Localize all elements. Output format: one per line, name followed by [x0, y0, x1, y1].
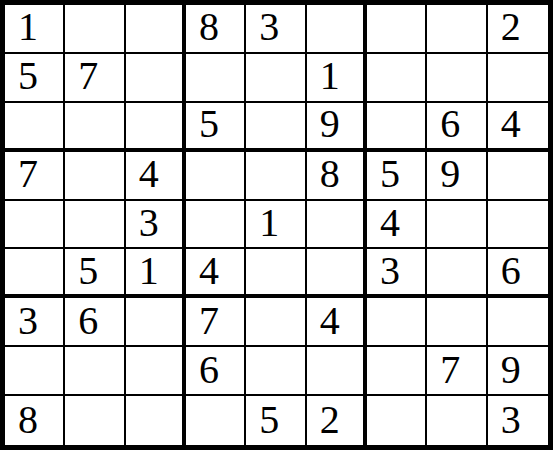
cell-r9c7[interactable] — [367, 396, 427, 445]
given-digit: 4 — [199, 251, 219, 291]
cell-r2c6[interactable]: 1 — [307, 54, 367, 103]
cell-r7c1[interactable]: 3 — [5, 298, 65, 347]
given-digit: 7 — [78, 56, 98, 96]
cell-r1c5[interactable]: 3 — [246, 5, 306, 54]
cell-r9c6[interactable]: 2 — [307, 396, 367, 445]
given-digit: 3 — [259, 7, 279, 47]
given-digit: 6 — [199, 350, 219, 390]
cell-r8c5[interactable] — [246, 347, 306, 396]
given-digit: 2 — [320, 400, 340, 440]
cell-r9c2[interactable] — [65, 396, 125, 445]
sudoku-board: 18325715964748593145143636746798523 — [0, 0, 553, 450]
cell-r1c1[interactable]: 1 — [5, 5, 65, 54]
cell-r6c6[interactable] — [307, 249, 367, 298]
cell-r2c8[interactable] — [427, 54, 487, 103]
given-digit: 5 — [199, 104, 219, 144]
cell-r6c2[interactable]: 5 — [65, 249, 125, 298]
cell-r4c6[interactable]: 8 — [307, 152, 367, 201]
cell-r1c6[interactable] — [307, 5, 367, 54]
given-digit: 4 — [139, 154, 159, 194]
cell-r4c3[interactable]: 4 — [126, 152, 186, 201]
given-digit: 6 — [78, 301, 98, 341]
given-digit: 9 — [320, 104, 340, 144]
cell-r3c1[interactable] — [5, 103, 65, 152]
cell-r3c3[interactable] — [126, 103, 186, 152]
given-digit: 2 — [501, 7, 521, 47]
cell-r3c9[interactable]: 4 — [488, 103, 548, 152]
cell-r5c2[interactable] — [65, 201, 125, 250]
cell-r6c3[interactable]: 1 — [126, 249, 186, 298]
cell-r5c7[interactable]: 4 — [367, 201, 427, 250]
cell-r4c8[interactable]: 9 — [427, 152, 487, 201]
cell-r1c4[interactable]: 8 — [186, 5, 246, 54]
cell-r6c7[interactable]: 3 — [367, 249, 427, 298]
given-digit: 4 — [501, 104, 521, 144]
cell-r9c1[interactable]: 8 — [5, 396, 65, 445]
cell-r4c2[interactable] — [65, 152, 125, 201]
cell-r9c3[interactable] — [126, 396, 186, 445]
cell-r1c2[interactable] — [65, 5, 125, 54]
given-digit: 1 — [320, 56, 340, 96]
cell-r9c9[interactable]: 3 — [488, 396, 548, 445]
cell-r4c9[interactable] — [488, 152, 548, 201]
cell-r9c8[interactable] — [427, 396, 487, 445]
given-digit: 8 — [320, 154, 340, 194]
cell-r2c3[interactable] — [126, 54, 186, 103]
cell-r7c6[interactable]: 4 — [307, 298, 367, 347]
cell-r9c5[interactable]: 5 — [246, 396, 306, 445]
cell-r8c8[interactable]: 7 — [427, 347, 487, 396]
given-digit: 3 — [501, 400, 521, 440]
given-digit: 7 — [199, 301, 219, 341]
cell-r4c4[interactable] — [186, 152, 246, 201]
cell-r1c3[interactable] — [126, 5, 186, 54]
cell-r1c8[interactable] — [427, 5, 487, 54]
cell-r7c3[interactable] — [126, 298, 186, 347]
given-digit: 5 — [380, 154, 400, 194]
cell-r3c5[interactable] — [246, 103, 306, 152]
given-digit: 3 — [380, 251, 400, 291]
cell-r4c1[interactable]: 7 — [5, 152, 65, 201]
cell-r8c7[interactable] — [367, 347, 427, 396]
cell-r2c4[interactable] — [186, 54, 246, 103]
cell-r5c9[interactable] — [488, 201, 548, 250]
cell-r3c7[interactable] — [367, 103, 427, 152]
cell-r3c4[interactable]: 5 — [186, 103, 246, 152]
cell-r8c4[interactable]: 6 — [186, 347, 246, 396]
cell-r2c9[interactable] — [488, 54, 548, 103]
cell-r7c9[interactable] — [488, 298, 548, 347]
cell-r7c5[interactable] — [246, 298, 306, 347]
given-digit: 8 — [199, 7, 219, 47]
given-digit: 8 — [18, 400, 38, 440]
given-digit: 9 — [440, 154, 460, 194]
cell-r8c9[interactable]: 9 — [488, 347, 548, 396]
cell-r9c4[interactable] — [186, 396, 246, 445]
given-digit: 4 — [320, 301, 340, 341]
cell-r6c1[interactable] — [5, 249, 65, 298]
given-digit: 7 — [440, 350, 460, 390]
cell-r5c5[interactable]: 1 — [246, 201, 306, 250]
given-digit: 3 — [18, 301, 38, 341]
cell-r4c7[interactable]: 5 — [367, 152, 427, 201]
cell-r8c6[interactable] — [307, 347, 367, 396]
cell-r2c1[interactable]: 5 — [5, 54, 65, 103]
cell-r5c6[interactable] — [307, 201, 367, 250]
given-digit: 6 — [501, 251, 521, 291]
cell-r8c2[interactable] — [65, 347, 125, 396]
cell-r7c2[interactable]: 6 — [65, 298, 125, 347]
cell-r4c5[interactable] — [246, 152, 306, 201]
cell-r1c7[interactable] — [367, 5, 427, 54]
cell-r2c2[interactable]: 7 — [65, 54, 125, 103]
cell-r7c7[interactable] — [367, 298, 427, 347]
given-digit: 1 — [259, 203, 279, 243]
cell-r5c1[interactable] — [5, 201, 65, 250]
given-digit: 3 — [139, 203, 159, 243]
cell-r1c9[interactable]: 2 — [488, 5, 548, 54]
given-digit: 4 — [380, 203, 400, 243]
cell-r6c8[interactable] — [427, 249, 487, 298]
cell-r3c2[interactable] — [65, 103, 125, 152]
given-digit: 5 — [18, 56, 38, 96]
cell-r3c8[interactable]: 6 — [427, 103, 487, 152]
cell-r3c6[interactable]: 9 — [307, 103, 367, 152]
cell-r8c1[interactable] — [5, 347, 65, 396]
given-digit: 1 — [18, 7, 38, 47]
cell-r6c9[interactable]: 6 — [488, 249, 548, 298]
given-digit: 5 — [259, 400, 279, 440]
cell-r5c8[interactable] — [427, 201, 487, 250]
given-digit: 6 — [440, 104, 460, 144]
cell-r6c5[interactable] — [246, 249, 306, 298]
given-digit: 9 — [501, 350, 521, 390]
cell-r6c4[interactable]: 4 — [186, 249, 246, 298]
cell-r7c4[interactable]: 7 — [186, 298, 246, 347]
cell-r2c7[interactable] — [367, 54, 427, 103]
cell-r5c4[interactable] — [186, 201, 246, 250]
given-digit: 1 — [139, 251, 159, 291]
given-digit: 5 — [78, 251, 98, 291]
cell-r5c3[interactable]: 3 — [126, 201, 186, 250]
cell-r2c5[interactable] — [246, 54, 306, 103]
cell-r8c3[interactable] — [126, 347, 186, 396]
cell-r7c8[interactable] — [427, 298, 487, 347]
given-digit: 7 — [18, 154, 38, 194]
